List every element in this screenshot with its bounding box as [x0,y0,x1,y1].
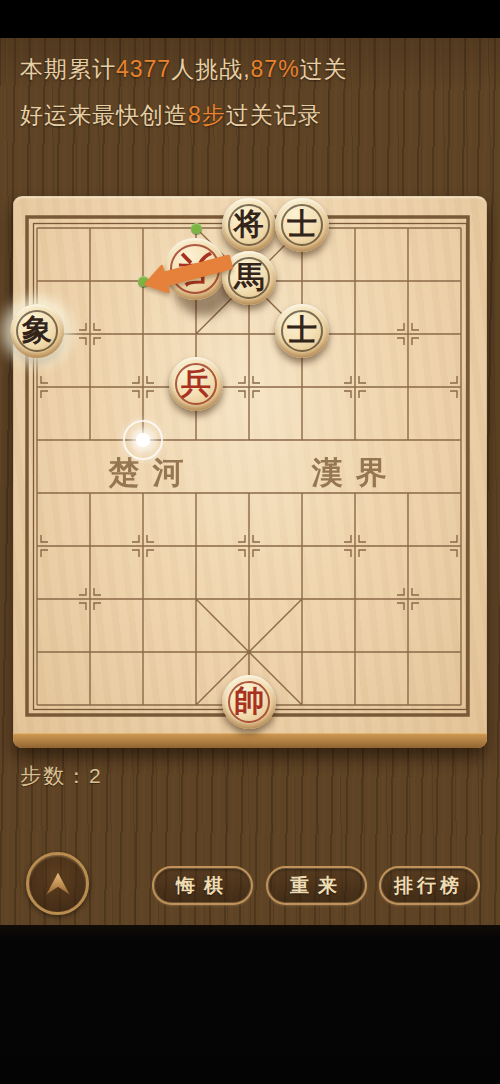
record-steps: 8步 [188,102,226,128]
piece-black-general[interactable]: 将 [222,198,276,252]
stat-text: 过关 [300,56,348,82]
pass-percent: 87% [251,56,300,82]
chevron-up-icon [38,864,78,904]
piece-black-elephant[interactable]: 象 [10,304,64,358]
piece-red-soldier[interactable]: 兵 [169,357,223,411]
piece-black-horse[interactable]: 馬 [222,251,276,305]
last-move-marker [138,276,149,287]
piece-red-soldier[interactable]: 兵 [164,238,226,300]
stat-text: 本期累计 [20,56,116,82]
xiangqi-board[interactable]: 楚河 漢界 将士兵馬象士兵帥 [13,196,487,748]
step-label: 步数： [20,764,89,787]
step-counter: 步数：2 [20,762,103,790]
last-move-marker [191,223,202,234]
challenge-stats-line2: 好运来最快创造8步过关记录 [20,100,322,131]
stat-text: 人挑战, [171,56,250,82]
status-bar [0,0,500,38]
piece-red-general[interactable]: 帥 [222,675,276,729]
challenge-stats-line1: 本期累计4377人挑战,87%过关 [20,54,348,85]
piece-black-advisor[interactable]: 士 [275,304,329,358]
app-screen: 本期累计4377人挑战,87%过关 好运来最快创造8步过关记录 楚河 漢界 将士… [0,0,500,1084]
hint-ring-marker [123,420,163,460]
expand-button[interactable] [26,852,89,915]
leaderboard-button[interactable]: 排行榜 [379,866,480,905]
undo-button[interactable]: 悔棋 [152,866,253,905]
board-bottom-rim [13,733,487,748]
piece-black-advisor[interactable]: 士 [275,198,329,252]
android-nav-bar: Bai du 经验 jingyan.baidu.com [0,925,500,1084]
stat-text: 好运来最快创造 [20,102,188,128]
step-value: 2 [89,764,103,787]
stat-text: 过关记录 [226,102,322,128]
restart-button[interactable]: 重来 [266,866,367,905]
challenger-count: 4377 [116,56,171,82]
